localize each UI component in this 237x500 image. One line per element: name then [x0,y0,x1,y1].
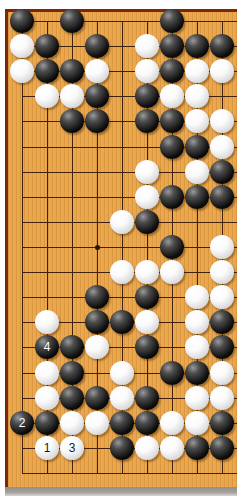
intersection-c5-r18[interactable] [110,435,135,460]
white-stone[interactable] [135,59,159,83]
intersection-c3-r14[interactable] [60,335,85,360]
white-stone[interactable] [135,185,159,209]
intersection-c6-r12[interactable] [135,285,160,310]
intersection-c5-r11[interactable] [110,260,135,285]
white-stone[interactable] [185,109,209,133]
intersection-c4-r14[interactable] [85,335,110,360]
white-stone[interactable] [35,361,59,385]
white-stone[interactable] [185,335,209,359]
intersection-c7-r10[interactable] [160,234,185,259]
intersection-c7-r14[interactable] [160,335,185,360]
white-stone[interactable] [185,310,209,334]
intersection-c5-r8[interactable] [110,184,135,209]
intersection-c6-r19[interactable] [135,460,160,485]
intersection-c8-r1[interactable] [185,8,210,33]
white-stone[interactable] [160,260,184,284]
intersection-c7-r11[interactable] [160,260,185,285]
black-stone[interactable] [35,411,59,435]
black-stone[interactable] [60,109,84,133]
black-stone[interactable] [110,310,134,334]
intersection-c9-r6[interactable] [210,134,235,159]
intersection-c4-r18[interactable] [85,435,110,460]
black-stone[interactable] [160,9,184,33]
intersection-c7-r1[interactable] [160,8,185,33]
intersection-c8-r18[interactable] [185,435,210,460]
white-stone[interactable] [135,436,159,460]
intersection-c3-r3[interactable] [60,59,85,84]
black-stone[interactable] [185,436,209,460]
intersection-c5-r7[interactable] [110,159,135,184]
intersection-c5-r2[interactable] [110,34,135,59]
black-stone[interactable] [60,59,84,83]
intersection-c1-r10[interactable] [10,234,35,259]
intersection-c9-r12[interactable] [210,285,235,310]
black-stone[interactable] [160,135,184,159]
intersection-c4-r7[interactable] [85,159,110,184]
white-stone[interactable] [135,160,159,184]
intersection-c1-r18[interactable] [10,435,35,460]
black-stone[interactable] [85,34,109,58]
move-number-label: 2 [19,417,26,429]
intersection-c3-r1[interactable] [60,8,85,33]
intersection-c5-r17[interactable] [110,410,135,435]
intersection-c7-r9[interactable] [160,209,185,234]
intersection-c8-r3[interactable] [185,59,210,84]
intersection-c9-r8[interactable] [210,184,235,209]
move-number-label: 4 [44,341,51,353]
intersection-c8-r2[interactable] [185,34,210,59]
black-stone[interactable] [60,361,84,385]
intersection-c6-r7[interactable] [135,159,160,184]
intersection-c1-r19[interactable] [10,460,35,485]
black-stone[interactable] [60,335,84,359]
intersection-c5-r19[interactable] [110,460,135,485]
intersection-c2-r1[interactable] [35,8,60,33]
intersection-c1-r9[interactable] [10,209,35,234]
intersection-c6-r8[interactable] [135,184,160,209]
intersection-c3-r6[interactable] [60,134,85,159]
intersection-c2-r18[interactable]: 1 [35,435,60,460]
intersection-c3-r10[interactable] [60,234,85,259]
black-stone[interactable] [210,335,234,359]
white-stone[interactable] [210,135,234,159]
intersection-c3-r9[interactable] [60,209,85,234]
intersection-c2-r16[interactable] [35,385,60,410]
white-stone[interactable] [85,411,109,435]
black-stone[interactable] [185,361,209,385]
black-stone[interactable] [35,34,59,58]
black-stone[interactable] [10,9,34,33]
intersection-c3-r12[interactable] [60,285,85,310]
intersection-c9-r9[interactable] [210,209,235,234]
intersection-c6-r13[interactable] [135,310,160,335]
intersection-c6-r16[interactable] [135,385,160,410]
white-stone[interactable]: 1 [35,436,59,460]
intersection-c5-r16[interactable] [110,385,135,410]
black-stone[interactable] [160,361,184,385]
intersection-c9-r15[interactable] [210,360,235,385]
black-stone[interactable] [135,386,159,410]
intersection-c7-r2[interactable] [160,34,185,59]
intersection-c2-r14[interactable]: 4 [35,335,60,360]
intersection-c6-r1[interactable] [135,8,160,33]
intersection-c1-r6[interactable] [10,134,35,159]
intersection-c6-r15[interactable] [135,360,160,385]
intersection-c5-r14[interactable] [110,335,135,360]
intersection-c1-r14[interactable] [10,335,35,360]
intersection-c8-r19[interactable] [185,460,210,485]
intersection-c3-r15[interactable] [60,360,85,385]
intersection-c8-r7[interactable] [185,159,210,184]
black-stone[interactable]: 2 [10,411,34,435]
white-stone[interactable] [35,386,59,410]
intersection-c4-r4[interactable] [85,84,110,109]
intersection-c9-r17[interactable] [210,410,235,435]
black-stone[interactable] [135,210,159,234]
white-stone[interactable] [185,411,209,435]
intersection-c2-r10[interactable] [35,234,60,259]
intersection-c1-r15[interactable] [10,360,35,385]
intersection-c5-r12[interactable] [110,285,135,310]
intersection-c5-r9[interactable] [110,209,135,234]
intersection-c2-r15[interactable] [35,360,60,385]
intersection-c8-r9[interactable] [185,209,210,234]
intersection-c6-r4[interactable] [135,84,160,109]
white-stone[interactable] [35,310,59,334]
black-stone[interactable] [185,135,209,159]
intersection-c7-r15[interactable] [160,360,185,385]
black-stone[interactable] [85,310,109,334]
intersection-c2-r6[interactable] [35,134,60,159]
intersection-c9-r10[interactable] [210,234,235,259]
black-stone[interactable] [210,160,234,184]
black-stone[interactable] [210,185,234,209]
intersection-c8-r12[interactable] [185,285,210,310]
intersection-c8-r13[interactable] [185,310,210,335]
black-stone[interactable] [85,285,109,309]
intersection-c1-r13[interactable] [10,310,35,335]
intersection-c7-r19[interactable] [160,460,185,485]
white-stone[interactable]: 3 [60,436,84,460]
intersection-c1-r16[interactable] [10,385,35,410]
intersection-c3-r18[interactable]: 3 [60,435,85,460]
black-stone[interactable] [110,411,134,435]
intersection-c6-r11[interactable] [135,260,160,285]
intersection-c6-r18[interactable] [135,435,160,460]
white-stone[interactable] [210,260,234,284]
intersection-c3-r2[interactable] [60,34,85,59]
intersection-c2-r4[interactable] [35,84,60,109]
intersection-c1-r8[interactable] [10,184,35,209]
white-stone[interactable] [185,160,209,184]
white-stone[interactable] [210,361,234,385]
black-stone[interactable] [35,59,59,83]
black-stone[interactable] [185,34,209,58]
intersection-c8-r11[interactable] [185,260,210,285]
intersection-c7-r13[interactable] [160,310,185,335]
intersection-c4-r9[interactable] [85,209,110,234]
intersection-c4-r11[interactable] [85,260,110,285]
move-number-label: 1 [44,442,51,454]
intersection-c7-r4[interactable] [160,84,185,109]
go-diagram: 4213 [0,0,237,500]
intersection-c2-r19[interactable] [35,460,60,485]
intersection-c5-r15[interactable] [110,360,135,385]
intersection-c8-r15[interactable] [185,360,210,385]
intersection-c4-r3[interactable] [85,59,110,84]
intersection-c4-r8[interactable] [85,184,110,209]
intersection-c1-r1[interactable] [10,8,35,33]
intersection-c3-r11[interactable] [60,260,85,285]
intersection-c8-r10[interactable] [185,234,210,259]
white-stone[interactable] [35,84,59,108]
white-stone[interactable] [185,386,209,410]
intersection-c6-r3[interactable] [135,59,160,84]
white-stone[interactable] [110,210,134,234]
black-stone[interactable] [85,109,109,133]
white-stone[interactable] [135,310,159,334]
black-stone[interactable]: 4 [35,335,59,359]
black-stone[interactable] [135,411,159,435]
intersection-c7-r18[interactable] [160,435,185,460]
black-stone[interactable] [160,235,184,259]
intersection-c7-r5[interactable] [160,109,185,134]
intersection-c4-r17[interactable] [85,410,110,435]
white-stone[interactable] [210,285,234,309]
intersection-c8-r16[interactable] [185,385,210,410]
intersection-c3-r19[interactable] [60,460,85,485]
intersection-c9-r19[interactable] [210,460,235,485]
intersection-c8-r14[interactable] [185,335,210,360]
black-stone[interactable] [185,185,209,209]
move-number-label: 3 [69,442,76,454]
intersection-c9-r16[interactable] [210,385,235,410]
white-stone[interactable] [60,84,84,108]
intersection-c7-r17[interactable] [160,410,185,435]
intersection-c9-r7[interactable] [210,159,235,184]
intersection-c8-r4[interactable] [185,84,210,109]
intersection-c8-r17[interactable] [185,410,210,435]
black-stone[interactable] [160,185,184,209]
intersection-c2-r3[interactable] [35,59,60,84]
white-stone[interactable] [160,411,184,435]
black-stone[interactable] [135,84,159,108]
intersection-c1-r11[interactable] [10,260,35,285]
white-stone[interactable] [185,285,209,309]
intersection-c1-r17[interactable]: 2 [10,410,35,435]
intersection-c8-r6[interactable] [185,134,210,159]
intersection-c1-r12[interactable] [10,285,35,310]
white-stone[interactable] [160,436,184,460]
black-stone[interactable] [210,34,234,58]
intersection-c4-r1[interactable] [85,8,110,33]
intersection-c4-r12[interactable] [85,285,110,310]
intersection-c1-r4[interactable] [10,84,35,109]
intersection-c6-r5[interactable] [135,109,160,134]
intersection-c2-r12[interactable] [35,285,60,310]
intersection-c9-r13[interactable] [210,310,235,335]
white-stone[interactable] [210,386,234,410]
black-stone[interactable] [135,285,159,309]
black-stone[interactable] [210,436,234,460]
intersection-c2-r5[interactable] [35,109,60,134]
intersection-c9-r2[interactable] [210,34,235,59]
intersection-c2-r7[interactable] [35,159,60,184]
black-stone[interactable] [160,109,184,133]
black-stone[interactable] [135,335,159,359]
intersection-c5-r5[interactable] [110,109,135,134]
intersection-c6-r17[interactable] [135,410,160,435]
white-stone[interactable] [10,59,34,83]
board-intersection-grid: 4213 [10,8,235,485]
intersection-c4-r16[interactable] [85,385,110,410]
black-stone[interactable] [110,436,134,460]
black-stone[interactable] [85,386,109,410]
white-stone[interactable] [85,59,109,83]
intersection-c3-r5[interactable] [60,109,85,134]
intersection-c2-r9[interactable] [35,209,60,234]
intersection-c3-r7[interactable] [60,159,85,184]
white-stone[interactable] [185,84,209,108]
intersection-c9-r3[interactable] [210,59,235,84]
intersection-c5-r13[interactable] [110,310,135,335]
intersection-c3-r17[interactable] [60,410,85,435]
intersection-c6-r10[interactable] [135,234,160,259]
white-stone[interactable] [135,34,159,58]
black-stone[interactable] [135,109,159,133]
white-stone[interactable] [85,335,109,359]
intersection-c3-r13[interactable] [60,310,85,335]
intersection-c9-r18[interactable] [210,435,235,460]
intersection-c1-r3[interactable] [10,59,35,84]
intersection-c9-r4[interactable] [210,84,235,109]
intersection-c8-r5[interactable] [185,109,210,134]
intersection-c7-r3[interactable] [160,59,185,84]
white-stone[interactable] [110,361,134,385]
white-stone[interactable] [110,260,134,284]
intersection-c7-r6[interactable] [160,134,185,159]
intersection-c2-r17[interactable] [35,410,60,435]
intersection-c1-r2[interactable] [10,34,35,59]
intersection-c7-r8[interactable] [160,184,185,209]
intersection-c9-r11[interactable] [210,260,235,285]
intersection-c4-r2[interactable] [85,34,110,59]
intersection-c5-r6[interactable] [110,134,135,159]
white-stone[interactable] [110,386,134,410]
intersection-c2-r2[interactable] [35,34,60,59]
intersection-c2-r11[interactable] [35,260,60,285]
intersection-c5-r1[interactable] [110,8,135,33]
white-stone[interactable] [10,34,34,58]
intersection-c4-r19[interactable] [85,460,110,485]
black-stone[interactable] [210,310,234,334]
white-stone[interactable] [135,260,159,284]
white-stone[interactable] [185,59,209,83]
intersection-c2-r8[interactable] [35,184,60,209]
intersection-c5-r10[interactable] [110,234,135,259]
intersection-c5-r3[interactable] [110,59,135,84]
intersection-c5-r4[interactable] [110,84,135,109]
intersection-c1-r5[interactable] [10,109,35,134]
intersection-c9-r14[interactable] [210,335,235,360]
intersection-c4-r5[interactable] [85,109,110,134]
intersection-c4-r10[interactable] [85,234,110,259]
intersection-c7-r16[interactable] [160,385,185,410]
intersection-c6-r2[interactable] [135,34,160,59]
black-stone[interactable] [85,84,109,108]
intersection-c7-r7[interactable] [160,159,185,184]
white-stone[interactable] [210,235,234,259]
white-stone[interactable] [210,109,234,133]
white-stone[interactable] [210,59,234,83]
intersection-c6-r14[interactable] [135,335,160,360]
intersection-c8-r8[interactable] [185,184,210,209]
white-stone[interactable] [160,84,184,108]
intersection-c6-r9[interactable] [135,209,160,234]
intersection-c9-r5[interactable] [210,109,235,134]
black-stone[interactable] [160,34,184,58]
intersection-c9-r1[interactable] [210,8,235,33]
intersection-c7-r12[interactable] [160,285,185,310]
black-stone[interactable] [160,59,184,83]
black-stone[interactable] [60,9,84,33]
intersection-c6-r6[interactable] [135,134,160,159]
board-bottom-edge-shadow [5,487,237,496]
intersection-c3-r16[interactable] [60,385,85,410]
intersection-c4-r13[interactable] [85,310,110,335]
black-stone[interactable] [60,386,84,410]
black-stone[interactable] [210,411,234,435]
intersection-c2-r13[interactable] [35,310,60,335]
intersection-c3-r8[interactable] [60,184,85,209]
intersection-c4-r6[interactable] [85,134,110,159]
intersection-c3-r4[interactable] [60,84,85,109]
intersection-c4-r15[interactable] [85,360,110,385]
white-stone[interactable] [60,411,84,435]
intersection-c1-r7[interactable] [10,159,35,184]
